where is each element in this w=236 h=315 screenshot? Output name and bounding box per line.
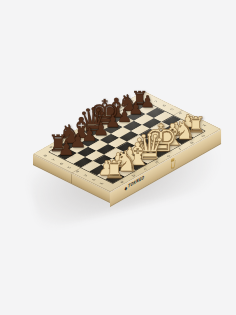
product-photo-scene: ◆ TORNEO abcdefgh abcdefgh 87654321 8765… [0, 0, 236, 315]
white-rook-piece[interactable]: ♜ [104, 158, 126, 183]
black-pawn-piece[interactable]: ♟ [58, 139, 75, 158]
pieces-layer: ♜♞♝♛♚♝♞♜♟♟♟♟♟♟♟♟♟♟♟♟♟♟♟♟♜♞♝♛♚♝♞♜ [0, 0, 236, 315]
